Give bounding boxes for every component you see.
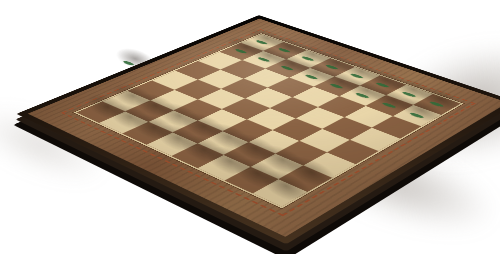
black-rook-glyph: ♜ xyxy=(200,116,360,194)
chess-board: ♜♞♝♛♚♝♞♜♟♟♟♟♟♟♟♟♟♟♟♟♟♟♟♟♜♞♝♛♚♝♞♜♛ xyxy=(16,15,500,244)
perspective-stage: ♜♞♝♛♚♝♞♜♟♟♟♟♟♟♟♟♟♟♟♟♟♟♟♟♜♞♝♛♚♝♞♜♛ xyxy=(0,0,500,254)
white-pawn-glyph: ♟ xyxy=(346,68,488,117)
chess-set-product-photo: ♜♞♝♛♚♝♞♜♟♟♟♟♟♟♟♟♟♟♟♟♟♟♟♟♜♞♝♛♚♝♞♜♛ xyxy=(0,0,500,254)
